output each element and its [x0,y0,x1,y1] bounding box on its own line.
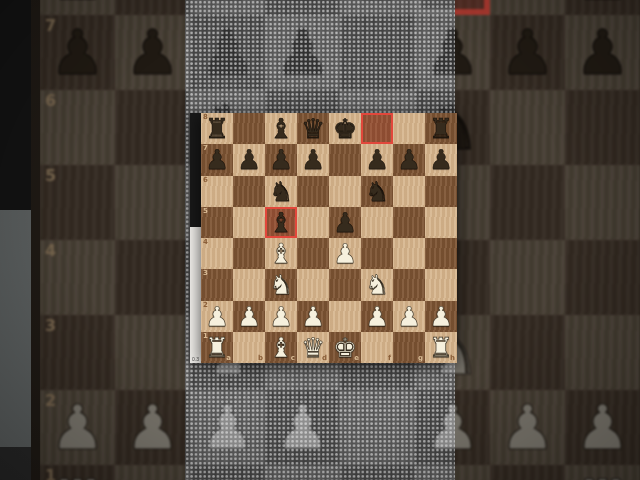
piece-black-N-f6[interactable]: ♞ [365,176,389,207]
rank-label-2: 2 [203,302,208,309]
file-label-g: g [418,355,423,362]
rank-label-3: 3 [203,270,208,277]
piece-black-P-h7: ♟ [575,16,631,89]
analysis-board[interactable]: 8♜♝♛♚♜7♟♟♟♟♟♟♟6♞♞5♝♟4♝♟3♞♞2♟♟♟♟♟♟♟1a♜bc♝… [201,113,457,363]
piece-white-P-g2[interactable]: ♟ [397,301,421,332]
square-a8[interactable]: 8♜ [201,113,233,144]
piece-white-P-a2: ♟ [50,391,106,464]
square-e1[interactable]: e♚ [329,332,361,363]
piece-black-P-b7: ♟ [125,16,181,89]
square-b2[interactable]: ♟ [233,301,265,332]
square-h4 [565,240,640,315]
square-h7: ♟ [565,15,640,90]
square-g7[interactable]: ♟ [393,144,425,175]
square-a7[interactable]: 7♟ [201,144,233,175]
square-g2: ♟ [490,390,565,465]
file-label-c: c [291,355,295,362]
rank-label-3: 3 [45,318,56,334]
piece-white-P-c2[interactable]: ♟ [269,301,293,332]
square-a5: 5 [40,165,115,240]
background-board-edge [31,0,40,480]
background-eval-bar-magnified [0,210,31,447]
piece-white-R-a1: ♜ [50,466,106,480]
square-a1[interactable]: 1a♜ [201,332,233,363]
square-g2[interactable]: ♟ [393,301,425,332]
square-f5[interactable] [361,207,393,238]
file-label-e: e [354,355,359,362]
square-g3 [490,315,565,390]
rank-label-7: 7 [45,18,56,34]
square-b5[interactable] [233,207,265,238]
square-e5[interactable]: ♟ [329,207,361,238]
square-a4[interactable]: 4 [201,238,233,269]
square-b5 [115,165,190,240]
rank-label-7: 7 [203,145,208,152]
square-c8[interactable]: ♝ [265,113,297,144]
piece-white-B-c1[interactable]: ♝ [269,332,293,363]
square-c4[interactable]: ♝ [265,238,297,269]
square-g1[interactable]: g [393,332,425,363]
square-a3[interactable]: 3 [201,269,233,300]
square-d3[interactable] [297,269,329,300]
piece-black-P-c7[interactable]: ♟ [269,144,293,175]
square-h2: ♟ [565,390,640,465]
rank-label-1: 1 [45,468,56,480]
square-b1: b [115,465,190,480]
piece-black-P-f7[interactable]: ♟ [365,144,389,175]
square-b7[interactable]: ♟ [233,144,265,175]
piece-black-P-e5[interactable]: ♟ [333,207,357,238]
square-a8: 8♜ [40,0,115,15]
square-c3[interactable]: ♞ [265,269,297,300]
rank-label-6: 6 [203,177,208,184]
square-h4[interactable] [425,238,457,269]
piece-black-P-g7[interactable]: ♟ [397,144,421,175]
square-h1[interactable]: h♜ [425,332,457,363]
piece-black-R-h8[interactable]: ♜ [429,113,453,144]
piece-black-K-e8[interactable]: ♚ [333,113,357,144]
square-h2[interactable]: ♟ [425,301,457,332]
piece-white-P-b2[interactable]: ♟ [237,301,261,332]
piece-black-P-h7[interactable]: ♟ [429,144,453,175]
square-g4[interactable] [393,238,425,269]
square-c2[interactable]: ♟ [265,301,297,332]
piece-white-N-f3[interactable]: ♞ [365,269,389,300]
square-f3[interactable]: ♞ [361,269,393,300]
rank-label-4: 4 [45,243,56,259]
piece-white-P-d2[interactable]: ♟ [301,301,325,332]
square-h8: ♜ [565,0,640,15]
square-b4 [115,240,190,315]
piece-black-P-a7[interactable]: ♟ [205,144,229,175]
square-d7[interactable]: ♟ [297,144,329,175]
square-a7: 7♟ [40,15,115,90]
square-b4[interactable] [233,238,265,269]
background-left-panel-bottom [0,447,31,480]
piece-black-N-c6[interactable]: ♞ [269,176,293,207]
piece-white-P-e4[interactable]: ♟ [333,238,357,269]
piece-black-B-c5[interactable]: ♝ [269,207,293,238]
square-g6[interactable] [393,176,425,207]
square-g6 [490,90,565,165]
piece-black-P-b7[interactable]: ♟ [237,144,261,175]
file-label-a: a [226,355,231,362]
piece-white-B-c4[interactable]: ♝ [269,238,293,269]
piece-white-R-h1: ♜ [575,466,631,480]
piece-white-N-c3[interactable]: ♞ [269,269,293,300]
rank-label-2: 2 [45,393,56,409]
square-h3 [565,315,640,390]
rank-label-8: 8 [203,114,208,121]
square-a4: 4 [40,240,115,315]
square-g3[interactable] [393,269,425,300]
piece-black-P-d7[interactable]: ♟ [301,144,325,175]
eval-value: 0.3 [190,356,201,362]
square-g8 [490,0,565,15]
piece-black-R-h8: ♜ [575,0,631,14]
square-g1: g [490,465,565,480]
square-h6[interactable] [425,176,457,207]
square-a1: 1a♜ [40,465,115,480]
square-b3 [115,315,190,390]
rank-label-4: 4 [203,239,208,246]
square-b8 [115,0,190,15]
file-label-h: h [450,355,455,362]
eval-bar: 0.3 [190,113,201,363]
square-c6[interactable]: ♞ [265,176,297,207]
background-left-panel-top [0,0,31,210]
piece-black-R-a8[interactable]: ♜ [205,113,229,144]
rank-label-5: 5 [203,208,208,215]
square-h3[interactable] [425,269,457,300]
square-a6[interactable]: 6 [201,176,233,207]
square-h8[interactable]: ♜ [425,113,457,144]
square-g4 [490,240,565,315]
square-e7[interactable] [329,144,361,175]
square-b3[interactable] [233,269,265,300]
piece-black-B-c8[interactable]: ♝ [269,113,293,144]
square-h7[interactable]: ♟ [425,144,457,175]
piece-black-P-g7: ♟ [500,16,556,89]
square-g8[interactable] [393,113,425,144]
piece-black-R-a8: ♜ [50,0,106,14]
file-label-d: d [322,355,327,362]
square-d6[interactable] [297,176,329,207]
square-h6 [565,90,640,165]
square-c5[interactable]: ♝ [265,207,297,238]
rank-label-1: 1 [203,333,208,340]
square-f6[interactable]: ♞ [361,176,393,207]
square-a2: 2♟ [40,390,115,465]
piece-white-P-h2: ♟ [575,391,631,464]
square-e8[interactable]: ♚ [329,113,361,144]
square-b1[interactable]: b [233,332,265,363]
rank-label-5: 5 [45,168,56,184]
square-f7[interactable]: ♟ [361,144,393,175]
square-f2[interactable]: ♟ [361,301,393,332]
square-b6[interactable] [233,176,265,207]
piece-white-P-h2[interactable]: ♟ [429,301,453,332]
square-h5[interactable] [425,207,457,238]
square-b7: ♟ [115,15,190,90]
square-h1: h♜ [565,465,640,480]
piece-white-P-a2[interactable]: ♟ [205,301,229,332]
square-b6 [115,90,190,165]
piece-black-Q-d8[interactable]: ♛ [301,113,325,144]
square-c7[interactable]: ♟ [265,144,297,175]
square-g7: ♟ [490,15,565,90]
file-label-f: f [388,355,391,362]
square-e2[interactable] [329,301,361,332]
square-a3: 3 [40,315,115,390]
square-d1[interactable]: d♛ [297,332,329,363]
piece-black-P-a7: ♟ [50,16,106,89]
square-d5[interactable] [297,207,329,238]
video-frame: 8♜♝♛♚♜7♟♟♟♟♟♟♟6♞♞5♝♟4♝♟3♞♞2♟♟♟♟♟♟♟1a♜bc♝… [0,0,640,480]
square-e6[interactable] [329,176,361,207]
square-e4[interactable]: ♟ [329,238,361,269]
square-d4[interactable] [297,238,329,269]
square-b2: ♟ [115,390,190,465]
square-f8[interactable] [361,113,393,144]
piece-white-P-f2[interactable]: ♟ [365,301,389,332]
rank-label-6: 6 [45,93,56,109]
square-g5 [490,165,565,240]
square-e3[interactable] [329,269,361,300]
eval-bar-black-section [190,113,201,227]
square-b8[interactable] [233,113,265,144]
square-d8[interactable]: ♛ [297,113,329,144]
square-g5[interactable] [393,207,425,238]
piece-white-P-b2: ♟ [125,391,181,464]
piece-white-P-g2: ♟ [500,391,556,464]
square-d2[interactable]: ♟ [297,301,329,332]
square-f4[interactable] [361,238,393,269]
square-f1[interactable]: f [361,332,393,363]
square-h5 [565,165,640,240]
square-a5[interactable]: 5 [201,207,233,238]
square-a6: 6 [40,90,115,165]
square-c1[interactable]: c♝ [265,332,297,363]
file-label-b: b [258,355,263,362]
square-a2[interactable]: 2♟ [201,301,233,332]
